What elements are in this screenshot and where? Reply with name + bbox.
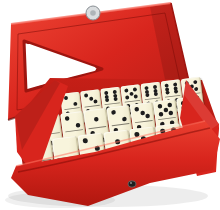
pip: [185, 88, 189, 92]
pip: [154, 92, 158, 96]
tile-half-1: [106, 150, 133, 172]
pip: [160, 128, 166, 134]
pip: [140, 110, 145, 115]
pip: [192, 107, 197, 112]
pip: [76, 123, 81, 128]
pip: [165, 90, 169, 94]
domino-tile-1-1: [103, 129, 133, 173]
tile-half-3: [158, 144, 185, 166]
domino-tile-0-1: [52, 136, 82, 180]
pip: [105, 98, 109, 102]
pip: [174, 156, 180, 162]
domino-tile-4-4: [181, 120, 211, 164]
pip: [193, 80, 197, 84]
pip: [167, 102, 172, 107]
tile-half-1: [80, 153, 107, 175]
pip: [171, 127, 177, 133]
tile-half-4: [183, 141, 210, 163]
domino-case-photo: [0, 0, 220, 210]
pip: [163, 107, 168, 112]
pip: [122, 117, 127, 122]
pip: [158, 112, 163, 117]
pip: [113, 97, 117, 101]
pip: [157, 104, 162, 109]
pip: [149, 159, 155, 165]
pip: [137, 151, 143, 157]
pip: [64, 96, 68, 100]
pip: [189, 154, 195, 160]
pip: [133, 87, 137, 91]
pip: [187, 134, 193, 140]
pip: [93, 116, 98, 121]
pip: [186, 125, 192, 131]
pip: [145, 93, 149, 97]
pip: [162, 148, 168, 154]
pip: [182, 109, 187, 114]
pip: [114, 139, 120, 145]
tile-half-0: [29, 160, 56, 182]
tile-half-1: [54, 157, 81, 179]
pip: [134, 132, 140, 138]
domino-tile-4-3: [155, 123, 185, 167]
pip: [168, 111, 173, 116]
pip: [47, 122, 52, 127]
pip: [197, 124, 203, 130]
pip: [146, 139, 152, 145]
pip: [172, 136, 178, 142]
pip: [82, 138, 88, 144]
pip: [117, 158, 123, 164]
pip: [145, 114, 150, 119]
domino-tile-2-1: [78, 133, 108, 177]
pip: [189, 84, 193, 88]
pip: [89, 96, 93, 100]
pip: [124, 88, 128, 92]
pip: [140, 135, 146, 141]
domino-tile-0-0: [26, 139, 56, 183]
pip: [198, 133, 204, 139]
domino-tile-3-2: [129, 126, 159, 170]
pip: [91, 162, 97, 168]
pip: [73, 102, 77, 106]
tile-half-2: [132, 147, 159, 169]
pip: [65, 165, 71, 171]
pip: [65, 116, 70, 121]
pip: [125, 95, 129, 99]
pip: [111, 110, 116, 115]
pip: [194, 87, 198, 91]
pip: [84, 93, 88, 97]
pip: [185, 81, 189, 85]
pip: [134, 94, 138, 98]
pip: [93, 99, 97, 103]
domino-tray-tiles: [0, 0, 220, 210]
pip: [161, 137, 167, 143]
pip: [134, 107, 139, 112]
pip: [188, 145, 194, 151]
pip: [199, 144, 205, 150]
pip: [95, 146, 101, 152]
pip: [174, 89, 178, 93]
pip: [129, 91, 133, 95]
pip: [168, 152, 174, 158]
pip: [200, 153, 206, 159]
